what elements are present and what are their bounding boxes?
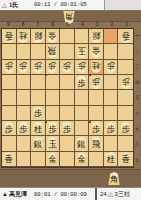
square-96[interactable] — [2, 106, 17, 121]
sente-piece[interactable]: 桂 — [32, 122, 44, 135]
board-star-dot — [89, 121, 91, 123]
last-move-label: 24.△ 3三桂 — [95, 188, 130, 200]
square-69[interactable]: 金 — [46, 152, 61, 167]
square-13[interactable] — [118, 60, 133, 75]
gote-piece[interactable]: 金 — [46, 30, 58, 43]
square-23[interactable]: 歩 — [104, 60, 119, 75]
sente-piece[interactable]: 歩 — [105, 122, 117, 135]
gote-piece[interactable]: 歩 — [120, 76, 132, 89]
file-coordinates: 987654321 — [1, 21, 134, 28]
square-97[interactable]: 歩 — [2, 121, 17, 136]
sente-piece[interactable]: 歩 — [17, 122, 29, 135]
square-75[interactable] — [31, 90, 46, 105]
sente-piece[interactable]: 歩 — [76, 76, 88, 89]
sente-piece[interactable]: 飛 — [90, 137, 102, 150]
square-29[interactable]: 桂 — [104, 152, 119, 167]
file-label-2: 2 — [107, 21, 117, 28]
shogi-app: △ 1氏 00:11 / 00:01:05 角 987654321 香桂銀金銀香… — [0, 0, 141, 200]
square-43[interactable]: 歩 — [75, 60, 90, 75]
gote-piece[interactable]: 銀 — [90, 30, 102, 43]
square-52[interactable] — [60, 44, 75, 59]
file-label-3: 3 — [92, 21, 102, 28]
board-area: 角 987654321 香桂銀金銀香飛玉金歩歩歩歩歩歩桂歩歩歩歩歩歩歩桂歩歩歩歩… — [0, 10, 141, 187]
square-67[interactable]: 歩 — [46, 121, 61, 136]
square-98[interactable] — [2, 136, 17, 151]
square-34[interactable]: 歩 — [89, 75, 104, 90]
file-label-1: 1 — [122, 21, 132, 28]
sente-piece[interactable]: 金 — [76, 152, 88, 165]
square-17[interactable]: 歩 — [118, 121, 133, 136]
square-85[interactable] — [17, 90, 32, 105]
file-label-5: 5 — [63, 21, 73, 28]
square-58[interactable] — [60, 136, 75, 151]
square-15[interactable] — [118, 90, 133, 105]
gote-piece[interactable]: 歩 — [17, 60, 29, 73]
square-26[interactable] — [104, 106, 119, 121]
square-92[interactable] — [2, 44, 17, 59]
square-38[interactable]: 飛 — [89, 136, 104, 151]
square-53[interactable]: 歩 — [60, 60, 75, 75]
square-66[interactable] — [46, 106, 61, 121]
square-74[interactable] — [31, 75, 46, 90]
square-95[interactable] — [2, 90, 17, 105]
gote-piece[interactable]: 桂 — [17, 30, 29, 43]
square-51[interactable] — [60, 29, 75, 44]
rank-label-9: 九 — [134, 152, 141, 168]
square-78[interactable]: 銀 — [31, 136, 46, 151]
sente-player-name: 高見澤 — [9, 188, 27, 200]
square-93[interactable]: 歩 — [2, 60, 17, 75]
square-72[interactable] — [31, 44, 46, 59]
sente-piece[interactable]: 銀 — [76, 137, 88, 150]
square-27[interactable]: 歩 — [104, 121, 119, 136]
gote-piece[interactable]: 歩 — [76, 60, 88, 73]
square-82[interactable] — [17, 44, 32, 59]
gote-piece[interactable]: 金 — [90, 45, 102, 58]
square-33[interactable]: 桂 — [89, 60, 104, 75]
square-76[interactable]: 歩 — [31, 106, 46, 121]
gote-piece[interactable]: 歩 — [61, 60, 73, 73]
gote-piece[interactable]: 玉 — [76, 45, 88, 58]
square-88[interactable] — [17, 136, 32, 151]
top-right-panel[interactable] — [104, 0, 141, 10]
square-44[interactable]: 歩 — [75, 75, 90, 90]
square-64[interactable] — [46, 75, 61, 90]
square-49[interactable]: 金 — [75, 152, 90, 167]
sente-piece[interactable]: 香 — [3, 152, 15, 165]
square-62[interactable]: 飛 — [46, 44, 61, 59]
square-87[interactable]: 歩 — [17, 121, 32, 136]
square-56[interactable] — [60, 106, 75, 121]
square-39[interactable] — [89, 152, 104, 167]
gote-piece[interactable]: 歩 — [105, 60, 117, 73]
square-46[interactable] — [75, 106, 90, 121]
sente-piece[interactable]: 歩 — [61, 122, 73, 135]
square-84[interactable] — [17, 75, 32, 90]
square-59[interactable] — [60, 152, 75, 167]
rank-coordinates: 一二三四五六七八九 — [134, 28, 141, 168]
sente-piece[interactable]: 歩 — [120, 122, 132, 135]
board-star-dot — [45, 74, 47, 76]
rank-label-1: 一 — [134, 28, 141, 44]
rank-label-8: 八 — [134, 137, 141, 153]
square-55[interactable] — [60, 90, 75, 105]
gote-clock: 00:11 / 00:01:05 — [34, 0, 87, 10]
square-16[interactable] — [118, 106, 133, 121]
sente-piece[interactable]: 歩 — [46, 122, 58, 135]
square-61[interactable]: 金 — [46, 29, 61, 44]
gote-piece[interactable]: 歩 — [3, 60, 15, 73]
square-79[interactable] — [31, 152, 46, 167]
rank-label-3: 三 — [134, 59, 141, 75]
shogi-board: 香桂銀金銀香飛玉金歩歩歩歩歩歩桂歩歩歩歩歩歩歩桂歩歩歩歩歩銀玉銀飛香金金桂香 — [1, 28, 134, 168]
square-83[interactable]: 歩 — [17, 60, 32, 75]
sente-piece[interactable]: 銀 — [32, 137, 44, 150]
gote-piece[interactable]: 香 — [120, 30, 132, 43]
square-99[interactable]: 香 — [2, 152, 17, 167]
square-68[interactable]: 玉 — [46, 136, 61, 151]
square-12[interactable] — [118, 44, 133, 59]
square-57[interactable]: 歩 — [60, 121, 75, 136]
sente-piece[interactable]: 金 — [46, 152, 58, 165]
sente-mark: ▲ — [2, 188, 8, 200]
square-18[interactable] — [118, 136, 133, 151]
sente-piece[interactable]: 香 — [120, 152, 132, 165]
file-label-8: 8 — [18, 21, 28, 28]
rank-label-6: 六 — [134, 106, 141, 122]
square-37[interactable]: 歩 — [89, 121, 104, 136]
gote-piece[interactable]: 香 — [3, 30, 15, 43]
rank-label-7: 七 — [134, 121, 141, 137]
square-45[interactable] — [75, 90, 90, 105]
square-86[interactable] — [17, 106, 32, 121]
square-11[interactable]: 香 — [118, 29, 133, 44]
board-star-dot — [45, 121, 47, 123]
file-label-7: 7 — [33, 21, 43, 28]
square-91[interactable]: 香 — [2, 29, 17, 44]
square-32[interactable]: 金 — [89, 44, 104, 59]
square-24[interactable] — [104, 75, 119, 90]
square-65[interactable] — [46, 90, 61, 105]
square-47[interactable] — [75, 121, 90, 136]
square-21[interactable] — [104, 29, 119, 44]
square-94[interactable] — [2, 75, 17, 90]
square-73[interactable]: 歩 — [31, 60, 46, 75]
gote-player-name: 1氏 — [9, 0, 18, 10]
rank-label-5: 五 — [134, 90, 141, 106]
gote-piece[interactable]: 桂 — [90, 60, 102, 73]
gote-piece[interactable]: 飛 — [46, 45, 58, 58]
bottom-player-bar: ▲ 高見澤 00:01 / 00:00:09 24.△ 3三桂 — [0, 187, 141, 200]
sente-piece[interactable]: 玉 — [46, 137, 58, 150]
square-81[interactable]: 桂 — [17, 29, 32, 44]
rank-label-2: 二 — [134, 44, 141, 60]
sente-piece[interactable]: 歩 — [3, 122, 15, 135]
square-89[interactable] — [17, 152, 32, 167]
sente-piece[interactable]: 桂 — [105, 152, 117, 165]
square-19[interactable]: 香 — [118, 152, 133, 167]
square-14[interactable]: 歩 — [118, 75, 133, 90]
square-22[interactable] — [104, 44, 119, 59]
file-label-9: 9 — [3, 21, 13, 28]
sente-piece[interactable]: 歩 — [90, 122, 102, 135]
gote-piece[interactable]: 歩 — [90, 76, 102, 89]
file-label-6: 6 — [48, 21, 58, 28]
square-28[interactable] — [104, 136, 119, 151]
gote-piece[interactable]: 銀 — [32, 30, 44, 43]
square-31[interactable]: 銀 — [89, 29, 104, 44]
gote-mark: △ — [2, 0, 7, 10]
gote-piece[interactable]: 歩 — [46, 60, 58, 73]
square-63[interactable]: 歩 — [46, 60, 61, 75]
sente-hand-piece[interactable]: 角 — [108, 172, 120, 185]
square-48[interactable]: 銀 — [75, 136, 90, 151]
sente-piece[interactable]: 歩 — [32, 106, 44, 119]
gote-piece[interactable]: 歩 — [32, 60, 44, 73]
square-25[interactable] — [104, 90, 119, 105]
sente-clock: 00:01 / 00:00:09 — [34, 188, 87, 200]
square-54[interactable] — [60, 75, 75, 90]
square-35[interactable] — [89, 90, 104, 105]
square-36[interactable] — [89, 106, 104, 121]
file-label-4: 4 — [77, 21, 87, 28]
square-77[interactable]: 桂 — [31, 121, 46, 136]
square-42[interactable]: 玉 — [75, 44, 90, 59]
sente-captured-tray[interactable]: 角 — [0, 169, 141, 188]
square-41[interactable] — [75, 29, 90, 44]
square-71[interactable]: 銀 — [31, 29, 46, 44]
rank-label-4: 四 — [134, 75, 141, 91]
